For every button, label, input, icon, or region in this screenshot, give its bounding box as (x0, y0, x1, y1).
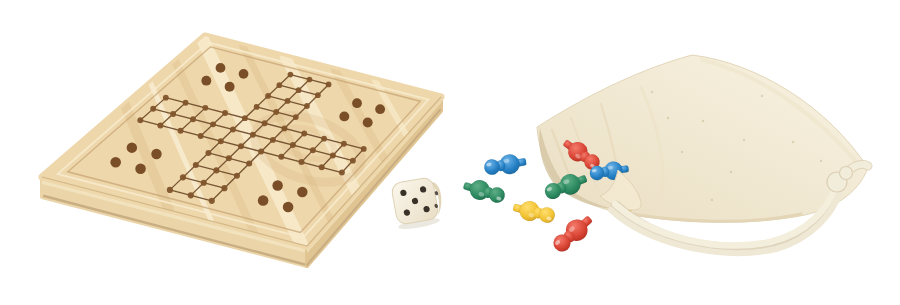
corner-start-hole (151, 149, 161, 159)
board-hole (230, 127, 236, 133)
board-hole (270, 137, 276, 143)
board-hole (202, 105, 208, 111)
board-hole (319, 164, 325, 170)
board-hole (137, 117, 143, 123)
corner-start-hole (127, 142, 137, 152)
rope-knot (840, 167, 853, 180)
board-hole (254, 104, 260, 110)
board-hole (330, 152, 336, 158)
board-hole (226, 155, 232, 161)
corner-start-hole (339, 111, 349, 121)
board-hole (258, 149, 264, 155)
bag-fabric-speckle (651, 91, 653, 93)
corner-start-hole (363, 117, 373, 127)
board-hole (282, 125, 288, 131)
corner-start-hole (216, 63, 226, 73)
board-hole (339, 170, 345, 176)
corner-start-hole (375, 104, 385, 114)
corner-start-hole (258, 195, 269, 206)
corner-start-hole (110, 157, 121, 168)
board-hole (242, 115, 248, 121)
board-hole (150, 106, 156, 112)
product-photo-ludo-set (0, 0, 900, 305)
bag-fabric-speckle (702, 120, 704, 122)
corner-start-hole (297, 187, 307, 197)
board-hole (246, 161, 252, 167)
board-hole (193, 162, 199, 168)
corner-start-hole (352, 98, 362, 108)
board-hole (170, 111, 176, 117)
board-hole (210, 121, 216, 127)
board-hole (296, 87, 302, 93)
board-hole (209, 198, 215, 204)
board-hole (188, 192, 194, 198)
board-hole (190, 116, 196, 122)
board-hole (285, 98, 291, 104)
board-hole (234, 173, 240, 179)
board-hole (201, 180, 207, 186)
bag-fabric-speckle (761, 95, 763, 97)
board-hole (213, 167, 219, 173)
board-hole (321, 136, 327, 142)
board-hole (276, 82, 282, 88)
board-hole (250, 132, 256, 138)
board-hole (222, 110, 228, 116)
bag-fabric-speckle (667, 117, 669, 119)
board-hole (265, 93, 271, 99)
board-hole (290, 142, 296, 148)
board-hole (288, 72, 294, 78)
bag-fabric-speckle (711, 199, 713, 201)
board-hole (301, 131, 307, 137)
board-hole (304, 103, 310, 109)
scene-svg (0, 0, 900, 305)
corner-start-hole (225, 82, 235, 92)
bag-fabric-speckle (792, 141, 794, 143)
corner-start-hole (283, 202, 294, 213)
board-hole (273, 109, 279, 115)
board-hole (315, 92, 321, 98)
board-hole (326, 82, 332, 88)
board-hole (307, 77, 313, 83)
board-hole (198, 133, 204, 139)
board-hole (278, 154, 284, 160)
corner-start-hole (201, 76, 211, 86)
board-hole (221, 185, 227, 191)
corner-start-hole (239, 69, 249, 79)
board-hole (183, 100, 189, 106)
bag-fabric-speckle (820, 160, 822, 162)
board-hole (262, 120, 268, 126)
bag-fabric-speckle (730, 171, 732, 173)
board-hole (218, 138, 224, 144)
board-hole (180, 174, 186, 180)
board-hole (157, 122, 163, 128)
board-hole (350, 158, 356, 164)
board-hole (310, 147, 316, 153)
board-hole (361, 146, 367, 152)
bag-fabric-speckle (681, 151, 683, 153)
board-hole (293, 114, 299, 120)
board-hole (238, 143, 244, 149)
corner-start-hole (135, 163, 146, 174)
board-hole (167, 187, 173, 193)
corner-start-hole (272, 180, 282, 190)
board-hole (163, 95, 169, 101)
bag-fabric-speckle (743, 139, 745, 141)
board-hole (299, 159, 305, 165)
board-hole (205, 150, 211, 156)
board-hole (341, 141, 347, 147)
board-hole (178, 128, 184, 134)
